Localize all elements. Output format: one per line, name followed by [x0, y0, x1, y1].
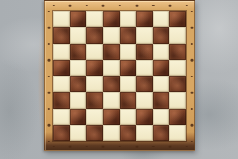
frame-mark: [185, 5, 187, 7]
frame-mark: [69, 145, 72, 147]
frame-mark: [119, 5, 121, 7]
square-e2: [120, 109, 137, 125]
square-h1: [169, 125, 186, 141]
frame-mark: [47, 141, 49, 143]
frame-mark: [190, 141, 192, 143]
square-b6: [70, 44, 87, 60]
frame-mark: [190, 76, 192, 78]
square-b3: [70, 92, 87, 108]
chessboard-grid: [53, 11, 186, 141]
square-g6: [153, 44, 170, 60]
frame-mark: [152, 146, 154, 148]
square-a7: [53, 27, 70, 43]
square-d1: [103, 125, 120, 141]
square-b4: [70, 76, 87, 92]
square-g2: [153, 109, 170, 125]
frame-mark: [69, 4, 72, 6]
frame-mark: [168, 145, 171, 147]
frame-mark: [135, 145, 138, 147]
square-a1: [53, 125, 70, 141]
frame-mark: [86, 146, 88, 148]
frame-mark: [190, 124, 193, 126]
square-d7: [103, 27, 120, 43]
square-f2: [136, 109, 153, 125]
square-c2: [86, 109, 103, 125]
frame-mark: [185, 146, 187, 148]
frame-mark: [47, 43, 49, 45]
square-a3: [53, 92, 70, 108]
square-e4: [120, 76, 137, 92]
square-d4: [103, 76, 120, 92]
frame-mark: [190, 27, 193, 29]
square-g8: [153, 11, 170, 27]
square-a5: [53, 60, 70, 76]
square-c8: [86, 11, 103, 27]
frame-mark: [52, 5, 54, 7]
frame-mark: [135, 4, 138, 6]
frame-mark: [47, 59, 50, 61]
frame-mark: [86, 5, 88, 7]
square-b7: [70, 27, 87, 43]
square-f4: [136, 76, 153, 92]
square-c4: [86, 76, 103, 92]
square-c6: [86, 44, 103, 60]
frame-mark: [190, 108, 192, 110]
frame-mark: [190, 92, 193, 94]
square-d3: [103, 92, 120, 108]
frame-mark: [52, 146, 54, 148]
concrete-surface: [0, 0, 238, 159]
square-b8: [70, 11, 87, 27]
square-g3: [153, 92, 170, 108]
square-g4: [153, 76, 170, 92]
frame-mark: [152, 5, 154, 7]
frame-mark: [102, 145, 105, 147]
frame-mark: [47, 92, 50, 94]
square-c3: [86, 92, 103, 108]
frame-mark: [47, 76, 49, 78]
square-f1: [136, 125, 153, 141]
square-f6: [136, 44, 153, 60]
square-b2: [70, 109, 87, 125]
square-g7: [153, 27, 170, 43]
frame-mark: [168, 4, 171, 6]
square-c1: [86, 125, 103, 141]
square-c5: [86, 60, 103, 76]
frame-mark: [190, 11, 192, 13]
square-h3: [169, 92, 186, 108]
square-e6: [120, 44, 137, 60]
square-f3: [136, 92, 153, 108]
frame-mark: [190, 59, 193, 61]
square-h2: [169, 109, 186, 125]
square-f5: [136, 60, 153, 76]
square-d2: [103, 109, 120, 125]
chessboard: [44, 0, 195, 151]
square-d8: [103, 11, 120, 27]
square-g1: [153, 125, 170, 141]
square-f8: [136, 11, 153, 27]
square-b1: [70, 125, 87, 141]
square-e7: [120, 27, 137, 43]
frame-mark: [47, 11, 49, 13]
square-c7: [86, 27, 103, 43]
square-f7: [136, 27, 153, 43]
square-h7: [169, 27, 186, 43]
square-a6: [53, 44, 70, 60]
square-b5: [70, 60, 87, 76]
square-d5: [103, 60, 120, 76]
square-a8: [53, 11, 70, 27]
square-h8: [169, 11, 186, 27]
frame-mark: [102, 4, 105, 6]
frame-mark: [47, 108, 49, 110]
frame-mark: [47, 124, 50, 126]
square-h5: [169, 60, 186, 76]
frame-mark: [47, 27, 50, 29]
square-e1: [120, 125, 137, 141]
square-g5: [153, 60, 170, 76]
square-e8: [120, 11, 137, 27]
square-a2: [53, 109, 70, 125]
square-e5: [120, 60, 137, 76]
frame-mark: [190, 43, 192, 45]
square-d6: [103, 44, 120, 60]
square-e3: [120, 92, 137, 108]
frame-mark: [119, 146, 121, 148]
square-h6: [169, 44, 186, 60]
square-a4: [53, 76, 70, 92]
square-h4: [169, 76, 186, 92]
